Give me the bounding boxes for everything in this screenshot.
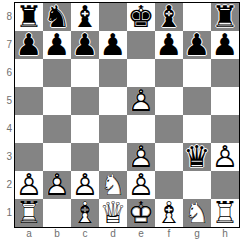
square-d6[interactable] xyxy=(99,59,127,87)
file-label-e: e xyxy=(127,228,155,240)
square-e8[interactable]: ♚ xyxy=(127,3,155,31)
piece-white-rook[interactable]: ♜♖ xyxy=(15,199,43,227)
rank-label-3: 3 xyxy=(0,143,12,171)
square-h7[interactable]: ♟ xyxy=(211,31,239,59)
file-label-g: g xyxy=(183,228,211,240)
chess-board: ♜♞♝♚♝♜♟♟♟♟♟♟♟♟♙♟♙♛♟♙♟♙♟♙♟♙♞♘♟♙♜♖♝♗♛♕♚♔♝♗… xyxy=(14,2,240,228)
square-f1[interactable]: ♝♗ xyxy=(155,199,183,227)
piece-white-rook[interactable]: ♜♖ xyxy=(211,199,239,227)
file-label-h: h xyxy=(211,228,239,240)
square-d7[interactable]: ♟ xyxy=(99,31,127,59)
piece-white-pawn[interactable]: ♟♙ xyxy=(127,87,155,115)
square-d4[interactable] xyxy=(99,115,127,143)
piece-black-pawn[interactable]: ♟ xyxy=(211,31,239,59)
square-g6[interactable] xyxy=(183,59,211,87)
rank-label-1: 1 xyxy=(0,199,12,227)
piece-outline: ♖ xyxy=(211,199,239,227)
square-e1[interactable]: ♚♔ xyxy=(127,199,155,227)
square-a6[interactable] xyxy=(15,59,43,87)
rank-label-2: 2 xyxy=(0,171,12,199)
square-c1[interactable]: ♝♗ xyxy=(71,199,99,227)
square-h1[interactable]: ♜♖ xyxy=(211,199,239,227)
square-e5[interactable]: ♟♙ xyxy=(127,87,155,115)
square-f6[interactable] xyxy=(155,59,183,87)
square-c6[interactable] xyxy=(71,59,99,87)
square-b1[interactable] xyxy=(43,199,71,227)
file-label-a: a xyxy=(15,228,43,240)
piece-white-queen[interactable]: ♛♕ xyxy=(99,199,127,227)
file-label-f: f xyxy=(155,228,183,240)
piece-outline: ♗ xyxy=(155,199,183,227)
file-label-b: b xyxy=(43,228,71,240)
piece-black-pawn[interactable]: ♟ xyxy=(183,31,211,59)
square-g5[interactable] xyxy=(183,87,211,115)
square-b6[interactable] xyxy=(43,59,71,87)
piece-black-pawn[interactable]: ♟ xyxy=(43,31,71,59)
square-h5[interactable] xyxy=(211,87,239,115)
square-f3[interactable] xyxy=(155,143,183,171)
piece-black-pawn[interactable]: ♟ xyxy=(71,31,99,59)
square-f7[interactable]: ♟ xyxy=(155,31,183,59)
piece-outline: ♖ xyxy=(15,199,43,227)
square-g7[interactable]: ♟ xyxy=(183,31,211,59)
square-b7[interactable]: ♟ xyxy=(43,31,71,59)
piece-outline: ♘ xyxy=(183,199,211,227)
rank-label-5: 5 xyxy=(0,87,12,115)
square-g3[interactable]: ♛ xyxy=(183,143,211,171)
square-b5[interactable] xyxy=(43,87,71,115)
piece-black-pawn[interactable]: ♟ xyxy=(15,31,43,59)
square-a4[interactable] xyxy=(15,115,43,143)
file-label-d: d xyxy=(99,228,127,240)
piece-white-bishop[interactable]: ♝♗ xyxy=(71,199,99,227)
square-h6[interactable] xyxy=(211,59,239,87)
square-b4[interactable] xyxy=(43,115,71,143)
piece-white-pawn[interactable]: ♟♙ xyxy=(211,143,239,171)
piece-black-king[interactable]: ♚ xyxy=(127,3,155,31)
piece-outline: ♕ xyxy=(99,199,127,227)
rank-label-6: 6 xyxy=(0,59,12,87)
piece-outline: ♙ xyxy=(43,171,71,199)
square-c5[interactable] xyxy=(71,87,99,115)
square-g1[interactable]: ♞♘ xyxy=(183,199,211,227)
square-f4[interactable] xyxy=(155,115,183,143)
square-d5[interactable] xyxy=(99,87,127,115)
square-a5[interactable] xyxy=(15,87,43,115)
rank-labels: 87654321 xyxy=(0,3,12,227)
piece-white-pawn[interactable]: ♟♙ xyxy=(43,171,71,199)
rank-label-8: 8 xyxy=(0,3,12,31)
piece-outline: ♙ xyxy=(211,143,239,171)
rank-label-4: 4 xyxy=(0,115,12,143)
piece-white-king[interactable]: ♚♔ xyxy=(127,199,155,227)
piece-white-knight[interactable]: ♞♘ xyxy=(183,199,211,227)
file-label-c: c xyxy=(71,228,99,240)
square-c7[interactable]: ♟ xyxy=(71,31,99,59)
square-b2[interactable]: ♟♙ xyxy=(43,171,71,199)
piece-black-pawn[interactable]: ♟ xyxy=(155,31,183,59)
square-f5[interactable] xyxy=(155,87,183,115)
square-a1[interactable]: ♜♖ xyxy=(15,199,43,227)
square-c4[interactable] xyxy=(71,115,99,143)
square-d1[interactable]: ♛♕ xyxy=(99,199,127,227)
square-a7[interactable]: ♟ xyxy=(15,31,43,59)
piece-white-bishop[interactable]: ♝♗ xyxy=(155,199,183,227)
piece-black-queen[interactable]: ♛ xyxy=(183,143,211,171)
piece-outline: ♗ xyxy=(71,199,99,227)
square-h3[interactable]: ♟♙ xyxy=(211,143,239,171)
piece-black-pawn[interactable]: ♟ xyxy=(99,31,127,59)
square-e7[interactable] xyxy=(127,31,155,59)
file-labels: abcdefgh xyxy=(15,228,239,240)
piece-outline: ♙ xyxy=(127,87,155,115)
piece-outline: ♔ xyxy=(127,199,155,227)
rank-label-7: 7 xyxy=(0,31,12,59)
